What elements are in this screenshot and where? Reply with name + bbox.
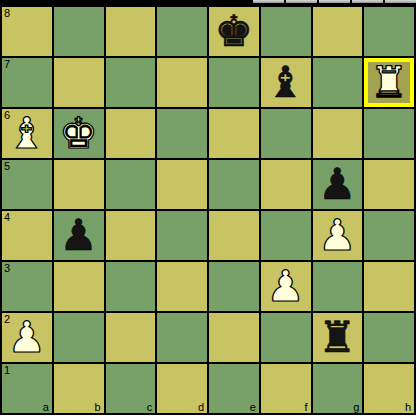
square-h6[interactable] [364,109,414,158]
square-f7[interactable]: ♝ [261,58,311,107]
square-g4[interactable]: ♟ [313,211,363,260]
square-d4[interactable] [157,211,207,260]
square-c5[interactable] [106,160,156,209]
toolbar-strip [0,0,416,5]
square-b3[interactable] [54,262,104,311]
square-g7[interactable] [313,58,363,107]
square-h8[interactable] [364,7,414,56]
white-bishop-a6[interactable]: ♝ [8,109,47,158]
square-c7[interactable] [106,58,156,107]
toolbar-button-4[interactable] [352,0,383,4]
chess-board: 8♚7♝♜6♝♚5♟4♟♟3♟2♟♜1abcdefgh [0,5,416,415]
square-e3[interactable] [209,262,259,311]
square-g5[interactable]: ♟ [313,160,363,209]
square-b4[interactable]: ♟ [54,211,104,260]
square-a8[interactable]: 8 [2,7,52,56]
square-g3[interactable] [313,262,363,311]
window-background-strip [0,415,416,419]
square-h5[interactable] [364,160,414,209]
square-g6[interactable] [313,109,363,158]
square-h3[interactable] [364,262,414,311]
square-c2[interactable] [106,313,156,362]
black-rook-g2[interactable]: ♜ [318,313,357,362]
square-f8[interactable] [261,7,311,56]
file-label-b: b [94,401,100,413]
rank-label-7: 7 [4,58,10,70]
square-c4[interactable] [106,211,156,260]
toolbar-button-1[interactable] [253,0,284,4]
square-g8[interactable] [313,7,363,56]
rank-label-1: 1 [4,364,10,376]
square-b1[interactable]: b [54,364,104,413]
square-b5[interactable] [54,160,104,209]
file-label-e: e [250,401,256,413]
toolbar-buttons [253,0,416,4]
square-a2[interactable]: 2♟ [2,313,52,362]
black-king-e8[interactable]: ♚ [215,7,254,56]
square-h2[interactable] [364,313,414,362]
file-label-c: c [147,401,153,413]
square-d8[interactable] [157,7,207,56]
square-g1[interactable]: g [313,364,363,413]
square-a6[interactable]: 6♝ [2,109,52,158]
square-a1[interactable]: 1a [2,364,52,413]
square-g2[interactable]: ♜ [313,313,363,362]
square-a4[interactable]: 4 [2,211,52,260]
black-bishop-f7[interactable]: ♝ [266,58,305,107]
square-a7[interactable]: 7 [2,58,52,107]
white-rook-h7[interactable]: ♜ [370,58,409,107]
square-a3[interactable]: 3 [2,262,52,311]
square-d6[interactable] [157,109,207,158]
square-f6[interactable] [261,109,311,158]
file-label-d: d [198,401,204,413]
square-e7[interactable] [209,58,259,107]
toolbar-button-2[interactable] [286,0,317,4]
toolbar-button-5[interactable] [385,0,416,4]
square-b8[interactable] [54,7,104,56]
white-pawn-f3[interactable]: ♟ [266,262,305,311]
black-pawn-g5[interactable]: ♟ [318,160,357,209]
square-f1[interactable]: f [261,364,311,413]
white-pawn-g4[interactable]: ♟ [318,211,357,260]
square-d1[interactable]: d [157,364,207,413]
square-f4[interactable] [261,211,311,260]
square-c6[interactable] [106,109,156,158]
toolbar-button-3[interactable] [319,0,350,4]
square-e6[interactable] [209,109,259,158]
rank-label-8: 8 [4,7,10,19]
square-e5[interactable] [209,160,259,209]
square-h1[interactable]: h [364,364,414,413]
rank-label-4: 4 [4,211,10,223]
square-a5[interactable]: 5 [2,160,52,209]
square-b2[interactable] [54,313,104,362]
rank-label-5: 5 [4,160,10,172]
square-e8[interactable]: ♚ [209,7,259,56]
square-h4[interactable] [364,211,414,260]
white-king-b6[interactable]: ♚ [59,109,98,158]
file-label-a: a [43,401,49,413]
square-h7[interactable]: ♜ [364,58,414,107]
square-d7[interactable] [157,58,207,107]
square-b6[interactable]: ♚ [54,109,104,158]
square-e1[interactable]: e [209,364,259,413]
white-pawn-a2[interactable]: ♟ [8,313,47,362]
square-b7[interactable] [54,58,104,107]
square-f3[interactable]: ♟ [261,262,311,311]
square-e2[interactable] [209,313,259,362]
file-label-h: h [405,401,411,413]
chess-app-screen: 8♚7♝♜6♝♚5♟4♟♟3♟2♟♜1abcdefgh [0,0,416,419]
rank-label-3: 3 [4,262,10,274]
square-d2[interactable] [157,313,207,362]
square-d5[interactable] [157,160,207,209]
square-c1[interactable]: c [106,364,156,413]
file-label-g: g [353,401,359,413]
file-label-f: f [304,401,307,413]
square-d3[interactable] [157,262,207,311]
square-e4[interactable] [209,211,259,260]
square-f5[interactable] [261,160,311,209]
square-f2[interactable] [261,313,311,362]
black-pawn-b4[interactable]: ♟ [59,211,98,260]
square-c3[interactable] [106,262,156,311]
square-c8[interactable] [106,7,156,56]
